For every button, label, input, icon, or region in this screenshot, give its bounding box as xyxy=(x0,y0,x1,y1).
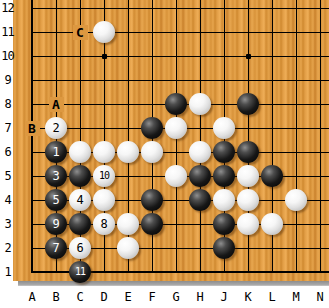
stone-black-B2: 7 xyxy=(45,237,67,259)
move-number-1: 1 xyxy=(52,146,59,158)
stone-black-C3 xyxy=(69,213,91,235)
stone-white-D11 xyxy=(93,21,115,43)
stone-black-J5 xyxy=(213,165,235,187)
stone-black-L5 xyxy=(261,165,283,187)
stone-black-C1: 11 xyxy=(69,261,91,283)
stone-black-K8 xyxy=(237,93,259,115)
stone-white-E2 xyxy=(117,237,139,259)
stone-black-H4 xyxy=(189,189,211,211)
move-number-9: 9 xyxy=(52,218,59,230)
stone-black-F3 xyxy=(141,213,163,235)
stone-white-D3: 8 xyxy=(93,213,115,235)
stone-white-C2: 6 xyxy=(69,237,91,259)
stone-white-G5 xyxy=(165,165,187,187)
move-number-6: 6 xyxy=(76,242,83,254)
stone-black-F7 xyxy=(141,117,163,139)
stone-white-D4 xyxy=(93,189,115,211)
move-number-11: 11 xyxy=(75,267,85,277)
stone-white-K3 xyxy=(237,213,259,235)
stone-black-B3: 9 xyxy=(45,213,67,235)
stone-black-J2 xyxy=(213,237,235,259)
stone-black-F4 xyxy=(141,189,163,211)
letter-label-B: B xyxy=(25,121,40,136)
move-number-10: 10 xyxy=(99,171,109,181)
stone-white-D5: 10 xyxy=(93,165,115,187)
go-board-diagram: 121110987654321ABCDEFGHJKLMN 21310549876… xyxy=(0,0,329,308)
stone-white-G7 xyxy=(165,117,187,139)
stone-white-L3 xyxy=(261,213,283,235)
stone-white-E6 xyxy=(117,141,139,163)
stone-black-C5 xyxy=(69,165,91,187)
move-number-7: 7 xyxy=(52,242,59,254)
stone-white-C6 xyxy=(69,141,91,163)
stone-white-C4: 4 xyxy=(69,189,91,211)
move-number-5: 5 xyxy=(52,194,59,206)
move-number-4: 4 xyxy=(76,194,83,206)
stone-black-H5 xyxy=(189,165,211,187)
stone-white-E3 xyxy=(117,213,139,235)
stones-layer: 2131054987611ABC xyxy=(0,0,329,308)
stone-white-F6 xyxy=(141,141,163,163)
stone-white-J7 xyxy=(213,117,235,139)
stone-white-J4 xyxy=(213,189,235,211)
stone-black-B6: 1 xyxy=(45,141,67,163)
stone-black-J6 xyxy=(213,141,235,163)
stone-black-K6 xyxy=(237,141,259,163)
stone-black-G8 xyxy=(165,93,187,115)
stone-white-M4 xyxy=(285,189,307,211)
stone-black-B4: 5 xyxy=(45,189,67,211)
stone-black-B5: 3 xyxy=(45,165,67,187)
stone-white-K5 xyxy=(237,165,259,187)
move-number-2: 2 xyxy=(52,122,59,134)
stone-black-J3 xyxy=(213,213,235,235)
letter-label-C: C xyxy=(73,25,88,40)
move-number-8: 8 xyxy=(100,218,107,230)
move-number-3: 3 xyxy=(52,170,59,182)
stone-white-H6 xyxy=(189,141,211,163)
stone-white-B7: 2 xyxy=(45,117,67,139)
letter-label-A: A xyxy=(49,97,64,112)
stone-white-H8 xyxy=(189,93,211,115)
stone-white-D6 xyxy=(93,141,115,163)
stone-white-K4 xyxy=(237,189,259,211)
